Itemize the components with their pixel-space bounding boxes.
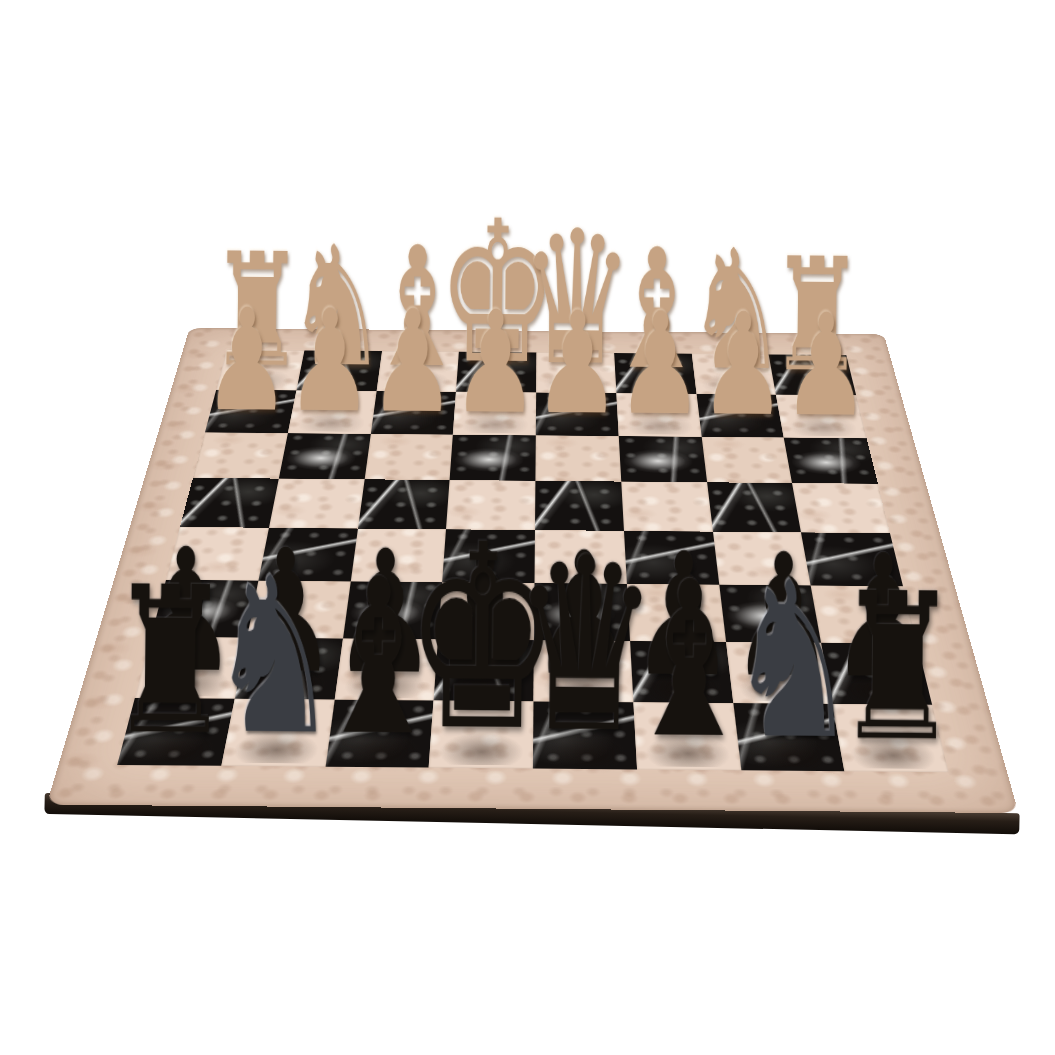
piece-white-pawn[interactable]: ♟ <box>534 293 622 434</box>
square-f3[interactable] <box>364 434 453 480</box>
chess-board: ♜♞♝♚♛♝♞♜♟♟♟♟♟♟♟♟♟♟♟♟♟♟♟♟♜♞♝♚♛♝♞♜ <box>47 328 1019 813</box>
square-c3[interactable] <box>619 436 707 483</box>
piece-black-rook[interactable]: ♜ <box>834 567 960 770</box>
piece-white-pawn[interactable]: ♟ <box>782 295 870 436</box>
square-g3[interactable] <box>279 433 371 479</box>
square-b2[interactable]: ♟ <box>696 394 784 438</box>
square-d2[interactable]: ♟ <box>536 392 619 435</box>
square-h3[interactable] <box>193 432 288 478</box>
square-b8[interactable]: ♞ <box>733 703 845 771</box>
square-g2[interactable]: ♟ <box>288 390 377 433</box>
square-e3[interactable] <box>450 434 536 480</box>
piece-white-pawn[interactable]: ♟ <box>699 294 787 435</box>
piece-white-pawn[interactable]: ♟ <box>203 290 291 431</box>
square-b3[interactable] <box>701 437 792 484</box>
square-c8[interactable]: ♝ <box>633 702 741 770</box>
square-d3[interactable] <box>535 435 621 482</box>
square-e2[interactable]: ♟ <box>453 392 536 435</box>
square-d8[interactable]: ♛ <box>533 702 637 770</box>
piece-white-pawn[interactable]: ♟ <box>617 294 705 435</box>
square-a8[interactable]: ♜ <box>832 704 948 772</box>
square-a3[interactable] <box>784 437 878 484</box>
square-a2[interactable]: ♟ <box>776 395 866 439</box>
piece-white-pawn[interactable]: ♟ <box>369 292 457 433</box>
square-c2[interactable]: ♟ <box>616 393 701 436</box>
piece-white-pawn[interactable]: ♟ <box>286 291 374 432</box>
square-h2[interactable]: ♟ <box>205 390 296 433</box>
piece-white-pawn[interactable]: ♟ <box>451 292 539 433</box>
chess-set-photo: ♜♞♝♚♛♝♞♜♟♟♟♟♟♟♟♟♟♟♟♟♟♟♟♟♜♞♝♚♛♝♞♜ <box>0 0 1055 1055</box>
square-f2[interactable]: ♟ <box>370 391 456 434</box>
